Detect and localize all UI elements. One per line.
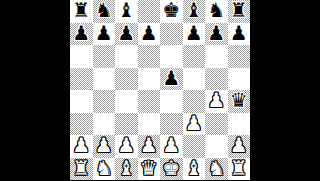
square-b4[interactable] [93, 90, 116, 113]
piece-black-pawn: ♟ [72, 23, 90, 43]
piece-black-rook: ♜ [230, 0, 248, 20]
square-f4[interactable] [183, 90, 206, 113]
square-f1[interactable]: ♝ [183, 158, 206, 181]
square-c4[interactable] [115, 90, 138, 113]
square-h8[interactable]: ♜ [228, 0, 251, 23]
square-e2[interactable]: ♟ [160, 135, 183, 158]
piece-black-pawn: ♟ [95, 23, 113, 43]
square-b8[interactable]: ♞ [93, 0, 116, 23]
square-a8[interactable]: ♜ [70, 0, 93, 23]
square-a6[interactable] [70, 45, 93, 68]
chess-board: ♜♞♝♚♝♞♜♟♟♟♟♟♟♟♟♟♛♟♟♟♟♟♟♟♜♞♝♛♚♝♞♜ [70, 0, 250, 180]
piece-white-queen: ♛ [140, 158, 158, 178]
piece-black-pawn: ♟ [140, 23, 158, 43]
square-a7[interactable]: ♟ [70, 23, 93, 46]
square-f8[interactable]: ♝ [183, 0, 206, 23]
square-f2[interactable] [183, 135, 206, 158]
piece-white-knight: ♞ [207, 158, 225, 178]
piece-white-rook: ♜ [72, 158, 90, 178]
square-h2[interactable]: ♟ [228, 135, 251, 158]
piece-black-bishop: ♝ [117, 0, 135, 20]
square-e8[interactable]: ♚ [160, 0, 183, 23]
piece-black-knight: ♞ [95, 0, 113, 20]
square-b7[interactable]: ♟ [93, 23, 116, 46]
piece-black-pawn: ♟ [117, 23, 135, 43]
square-h4[interactable]: ♛ [228, 90, 251, 113]
square-f5[interactable] [183, 68, 206, 91]
square-a1[interactable]: ♜ [70, 158, 93, 181]
square-b6[interactable] [93, 45, 116, 68]
piece-white-pawn: ♟ [185, 113, 203, 133]
piece-white-pawn: ♟ [162, 135, 180, 155]
square-h1[interactable]: ♜ [228, 158, 251, 181]
piece-white-pawn: ♟ [207, 90, 225, 110]
piece-white-pawn: ♟ [140, 135, 158, 155]
piece-black-pawn: ♟ [207, 23, 225, 43]
piece-black-queen: ♛ [230, 90, 248, 110]
square-e7[interactable] [160, 23, 183, 46]
square-d8[interactable] [138, 0, 161, 23]
square-g4[interactable]: ♟ [205, 90, 228, 113]
square-c5[interactable] [115, 68, 138, 91]
square-c3[interactable] [115, 113, 138, 136]
square-d7[interactable]: ♟ [138, 23, 161, 46]
piece-black-pawn: ♟ [162, 68, 180, 88]
square-a2[interactable]: ♟ [70, 135, 93, 158]
square-d2[interactable]: ♟ [138, 135, 161, 158]
square-c1[interactable]: ♝ [115, 158, 138, 181]
square-e5[interactable]: ♟ [160, 68, 183, 91]
square-d5[interactable] [138, 68, 161, 91]
square-b1[interactable]: ♞ [93, 158, 116, 181]
piece-white-knight: ♞ [95, 158, 113, 178]
piece-black-bishop: ♝ [185, 0, 203, 20]
square-c2[interactable]: ♟ [115, 135, 138, 158]
piece-white-bishop: ♝ [185, 158, 203, 178]
square-g6[interactable] [205, 45, 228, 68]
square-h7[interactable]: ♟ [228, 23, 251, 46]
square-d1[interactable]: ♛ [138, 158, 161, 181]
piece-white-pawn: ♟ [72, 135, 90, 155]
piece-black-knight: ♞ [207, 0, 225, 20]
square-e4[interactable] [160, 90, 183, 113]
piece-black-king: ♚ [162, 0, 180, 20]
square-g5[interactable] [205, 68, 228, 91]
square-b3[interactable] [93, 113, 116, 136]
square-h6[interactable] [228, 45, 251, 68]
square-d4[interactable] [138, 90, 161, 113]
square-d3[interactable] [138, 113, 161, 136]
square-a4[interactable] [70, 90, 93, 113]
square-c8[interactable]: ♝ [115, 0, 138, 23]
square-h5[interactable] [228, 68, 251, 91]
piece-white-pawn: ♟ [95, 135, 113, 155]
square-g1[interactable]: ♞ [205, 158, 228, 181]
square-h3[interactable] [228, 113, 251, 136]
piece-white-pawn: ♟ [117, 135, 135, 155]
square-f3[interactable]: ♟ [183, 113, 206, 136]
square-g2[interactable] [205, 135, 228, 158]
piece-white-bishop: ♝ [117, 158, 135, 178]
piece-black-rook: ♜ [72, 0, 90, 20]
square-f7[interactable]: ♟ [183, 23, 206, 46]
square-a3[interactable] [70, 113, 93, 136]
square-e3[interactable] [160, 113, 183, 136]
square-g8[interactable]: ♞ [205, 0, 228, 23]
square-e1[interactable]: ♚ [160, 158, 183, 181]
video-frame: ♜♞♝♚♝♞♜♟♟♟♟♟♟♟♟♟♛♟♟♟♟♟♟♟♜♞♝♛♚♝♞♜ [0, 0, 320, 180]
piece-black-pawn: ♟ [185, 23, 203, 43]
square-b5[interactable] [93, 68, 116, 91]
square-c6[interactable] [115, 45, 138, 68]
piece-black-pawn: ♟ [230, 23, 248, 43]
square-b2[interactable]: ♟ [93, 135, 116, 158]
square-a5[interactable] [70, 68, 93, 91]
square-d6[interactable] [138, 45, 161, 68]
square-g3[interactable] [205, 113, 228, 136]
piece-white-king: ♚ [162, 158, 180, 178]
piece-white-rook: ♜ [230, 158, 248, 178]
piece-white-pawn: ♟ [230, 135, 248, 155]
square-e6[interactable] [160, 45, 183, 68]
square-g7[interactable]: ♟ [205, 23, 228, 46]
square-f6[interactable] [183, 45, 206, 68]
square-c7[interactable]: ♟ [115, 23, 138, 46]
